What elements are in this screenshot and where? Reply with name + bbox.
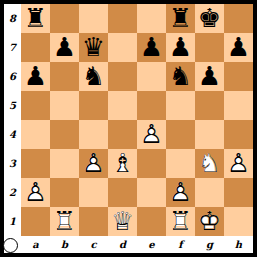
square-b4[interactable] <box>50 120 79 149</box>
piece-white-rook: ♜♖ <box>50 207 79 236</box>
square-h8[interactable] <box>224 4 253 33</box>
square-e8[interactable] <box>137 4 166 33</box>
piece-black-rook: ♜ <box>21 4 50 33</box>
square-a3[interactable] <box>21 149 50 178</box>
square-c3[interactable]: ♟︎♙ <box>79 149 108 178</box>
piece-white-bishop: ♝♗ <box>108 149 137 178</box>
piece-white-rook: ♜♖ <box>166 207 195 236</box>
square-g6[interactable]: ♟︎ <box>195 62 224 91</box>
square-b8[interactable] <box>50 4 79 33</box>
square-h6[interactable] <box>224 62 253 91</box>
square-h4[interactable] <box>224 120 253 149</box>
file-label-c: c <box>79 236 108 253</box>
square-a2[interactable]: ♟︎♙ <box>21 178 50 207</box>
square-e2[interactable] <box>137 178 166 207</box>
square-c5[interactable] <box>79 91 108 120</box>
square-g1[interactable]: ♚♔ <box>195 207 224 236</box>
white-to-move-indicator <box>3 238 18 253</box>
square-c7[interactable]: ♛ <box>79 33 108 62</box>
square-b5[interactable] <box>50 91 79 120</box>
chess-board: ♜♜♚♟︎♛♟︎♟︎♟︎♟︎♞♞♟︎♟︎♙♟︎♙♝♗♞♘♟︎♙♟︎♙♟︎♙♜♖♛… <box>21 4 253 236</box>
square-d4[interactable] <box>108 120 137 149</box>
file-label-e: e <box>137 236 166 253</box>
piece-black-pawn: ♟︎ <box>21 62 50 91</box>
square-e5[interactable] <box>137 91 166 120</box>
square-d7[interactable] <box>108 33 137 62</box>
piece-white-knight: ♞♘ <box>195 149 224 178</box>
square-g2[interactable] <box>195 178 224 207</box>
square-e7[interactable]: ♟︎ <box>137 33 166 62</box>
square-f7[interactable]: ♟︎ <box>166 33 195 62</box>
square-g5[interactable] <box>195 91 224 120</box>
square-h2[interactable] <box>224 178 253 207</box>
piece-white-pawn: ♟︎♙ <box>21 178 50 207</box>
square-d2[interactable] <box>108 178 137 207</box>
rank-labels: 87654321 <box>4 4 21 236</box>
rank-label-3: 3 <box>4 149 21 178</box>
piece-black-pawn: ♟︎ <box>166 33 195 62</box>
square-b7[interactable]: ♟︎ <box>50 33 79 62</box>
file-label-d: d <box>108 236 137 253</box>
square-d5[interactable] <box>108 91 137 120</box>
square-a5[interactable] <box>21 91 50 120</box>
square-c1[interactable] <box>79 207 108 236</box>
chess-diagram: 87654321 ♜♜♚♟︎♛♟︎♟︎♟︎♟︎♞♞♟︎♟︎♙♟︎♙♝♗♞♘♟︎♙… <box>0 0 257 257</box>
piece-black-rook: ♜ <box>166 4 195 33</box>
square-c4[interactable] <box>79 120 108 149</box>
piece-white-pawn: ♟︎♙ <box>137 120 166 149</box>
square-e1[interactable] <box>137 207 166 236</box>
rank-label-5: 5 <box>4 91 21 120</box>
file-labels: abcdefgh <box>21 236 253 253</box>
file-label-h: h <box>224 236 253 253</box>
piece-black-king: ♚ <box>195 4 224 33</box>
rank-label-1: 1 <box>4 207 21 236</box>
square-g8[interactable]: ♚ <box>195 4 224 33</box>
piece-white-queen: ♛♕ <box>108 207 137 236</box>
rank-label-6: 6 <box>4 62 21 91</box>
file-label-f: f <box>166 236 195 253</box>
piece-white-king: ♚♔ <box>195 207 224 236</box>
file-label-g: g <box>195 236 224 253</box>
square-f2[interactable]: ♟︎♙ <box>166 178 195 207</box>
square-f5[interactable] <box>166 91 195 120</box>
piece-black-queen: ♛ <box>79 33 108 62</box>
piece-black-pawn: ♟︎ <box>50 33 79 62</box>
rank-label-8: 8 <box>4 4 21 33</box>
square-c2[interactable] <box>79 178 108 207</box>
square-f8[interactable]: ♜ <box>166 4 195 33</box>
square-d6[interactable] <box>108 62 137 91</box>
rank-label-2: 2 <box>4 178 21 207</box>
piece-black-knight: ♞ <box>79 62 108 91</box>
square-a6[interactable]: ♟︎ <box>21 62 50 91</box>
square-d1[interactable]: ♛♕ <box>108 207 137 236</box>
square-c6[interactable]: ♞ <box>79 62 108 91</box>
file-label-a: a <box>21 236 50 253</box>
rank-label-4: 4 <box>4 120 21 149</box>
square-g3[interactable]: ♞♘ <box>195 149 224 178</box>
file-label-b: b <box>50 236 79 253</box>
square-b1[interactable]: ♜♖ <box>50 207 79 236</box>
square-h7[interactable]: ♟︎ <box>224 33 253 62</box>
square-d8[interactable] <box>108 4 137 33</box>
square-e6[interactable] <box>137 62 166 91</box>
square-b3[interactable] <box>50 149 79 178</box>
square-b6[interactable] <box>50 62 79 91</box>
rank-label-7: 7 <box>4 33 21 62</box>
square-a7[interactable] <box>21 33 50 62</box>
square-g7[interactable] <box>195 33 224 62</box>
square-a8[interactable]: ♜ <box>21 4 50 33</box>
piece-white-pawn: ♟︎♙ <box>166 178 195 207</box>
piece-black-pawn: ♟︎ <box>195 62 224 91</box>
square-f6[interactable]: ♞ <box>166 62 195 91</box>
piece-black-pawn: ♟︎ <box>137 33 166 62</box>
square-h5[interactable] <box>224 91 253 120</box>
square-f4[interactable] <box>166 120 195 149</box>
piece-black-pawn: ♟︎ <box>224 33 253 62</box>
square-a1[interactable] <box>21 207 50 236</box>
square-e3[interactable] <box>137 149 166 178</box>
piece-black-knight: ♞ <box>166 62 195 91</box>
square-f1[interactable]: ♜♖ <box>166 207 195 236</box>
square-h3[interactable]: ♟︎♙ <box>224 149 253 178</box>
square-g4[interactable] <box>195 120 224 149</box>
piece-white-pawn: ♟︎♙ <box>224 149 253 178</box>
square-f3[interactable] <box>166 149 195 178</box>
square-h1[interactable] <box>224 207 253 236</box>
square-c8[interactable] <box>79 4 108 33</box>
square-a4[interactable] <box>21 120 50 149</box>
square-b2[interactable] <box>50 178 79 207</box>
square-e4[interactable]: ♟︎♙ <box>137 120 166 149</box>
square-d3[interactable]: ♝♗ <box>108 149 137 178</box>
piece-white-pawn: ♟︎♙ <box>79 149 108 178</box>
